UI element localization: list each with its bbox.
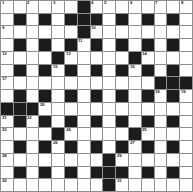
grid-cell[interactable] [27, 167, 39, 179]
black-cell [39, 116, 51, 128]
grid-cell[interactable]: 8 [180, 1, 192, 13]
black-cell [142, 65, 154, 77]
grid-cell[interactable] [103, 39, 115, 51]
black-cell [142, 90, 154, 102]
clue-number: 8 [181, 1, 183, 5]
grid-cell[interactable] [142, 77, 154, 89]
clue-number: 28 [2, 154, 6, 158]
grid-cell[interactable] [65, 26, 77, 38]
grid-cell[interactable] [39, 154, 51, 166]
grid-cell[interactable] [129, 77, 141, 89]
grid-cell[interactable] [155, 26, 167, 38]
black-cell [167, 141, 179, 153]
grid-cell[interactable] [1, 167, 13, 179]
black-cell [167, 167, 179, 179]
black-cell [91, 141, 103, 153]
grid-cell[interactable] [91, 154, 103, 166]
black-cell [142, 14, 154, 26]
clue-number: 25 [142, 128, 146, 132]
clue-number: 31 [117, 179, 121, 183]
grid-cell[interactable] [116, 1, 128, 13]
grid-cell[interactable] [14, 128, 26, 140]
black-cell [142, 116, 154, 128]
grid-cell[interactable] [129, 167, 141, 179]
grid-cell[interactable] [39, 77, 51, 89]
grid-cell[interactable] [27, 90, 39, 102]
grid-cell[interactable] [39, 1, 51, 13]
black-cell [65, 167, 77, 179]
clue-number: 21 [2, 116, 6, 120]
clue-number: 7 [155, 1, 157, 5]
grid-cell[interactable] [52, 116, 64, 128]
grid-cell[interactable]: 3 [52, 1, 64, 13]
grid-cell[interactable] [91, 52, 103, 64]
grid-cell[interactable] [167, 128, 179, 140]
grid-cell[interactable] [27, 52, 39, 64]
grid-cell[interactable] [155, 52, 167, 64]
grid-cell[interactable] [27, 39, 39, 51]
grid-cell[interactable] [52, 154, 64, 166]
black-cell [65, 141, 77, 153]
grid-cell[interactable]: 28 [1, 154, 13, 166]
black-cell [167, 65, 179, 77]
grid-cell[interactable] [180, 52, 192, 64]
grid-cell[interactable] [155, 179, 167, 191]
grid-cell[interactable] [129, 103, 141, 115]
grid-cell[interactable]: 23 [1, 128, 13, 140]
grid-cell[interactable]: 14 [142, 52, 154, 64]
grid-cell[interactable] [129, 90, 141, 102]
clue-number: 19 [181, 90, 185, 94]
grid-cell[interactable] [27, 154, 39, 166]
grid-cell[interactable] [129, 116, 141, 128]
grid-cell[interactable] [78, 77, 90, 89]
grid-cell[interactable] [129, 39, 141, 51]
grid-cell[interactable] [116, 77, 128, 89]
clue-number: 26 [53, 141, 57, 145]
clue-number: 2 [27, 1, 29, 5]
black-cell [116, 39, 128, 51]
grid-cell[interactable]: 4 [91, 1, 103, 13]
black-cell [65, 90, 77, 102]
grid-cell[interactable]: 10 [91, 26, 103, 38]
grid-cell[interactable] [1, 65, 13, 77]
grid-cell[interactable] [103, 128, 115, 140]
grid-cell[interactable]: 22 [27, 116, 39, 128]
grid-cell[interactable] [78, 52, 90, 64]
grid-cell[interactable] [14, 179, 26, 191]
grid-cell[interactable] [27, 128, 39, 140]
grid-cell[interactable] [103, 77, 115, 89]
black-cell [65, 14, 77, 26]
grid-cell[interactable] [1, 39, 13, 51]
black-cell [91, 14, 103, 26]
grid-cell[interactable]: 18 [155, 90, 167, 102]
grid-cell[interactable]: 5 [103, 1, 115, 13]
grid-cell[interactable] [78, 65, 90, 77]
black-cell [14, 116, 26, 128]
black-cell [91, 65, 103, 77]
grid-cell[interactable] [103, 90, 115, 102]
grid-cell[interactable] [65, 77, 77, 89]
crossword-grid: 1234567891011121314151617181920212223242… [0, 0, 193, 192]
black-cell [129, 52, 141, 64]
grid-cell[interactable] [103, 141, 115, 153]
grid-cell[interactable] [180, 14, 192, 26]
black-cell [91, 167, 103, 179]
grid-cell[interactable] [155, 154, 167, 166]
grid-cell[interactable] [155, 103, 167, 115]
black-cell [167, 77, 179, 89]
grid-cell[interactable]: 21 [1, 116, 13, 128]
black-cell [91, 116, 103, 128]
grid-cell[interactable] [180, 39, 192, 51]
clue-number: 9 [2, 26, 4, 30]
grid-cell[interactable] [180, 116, 192, 128]
grid-cell[interactable] [39, 52, 51, 64]
grid-cell[interactable] [180, 103, 192, 115]
grid-cell[interactable]: 6 [129, 1, 141, 13]
black-cell [167, 90, 179, 102]
clue-number: 20 [40, 103, 44, 107]
grid-cell[interactable] [142, 1, 154, 13]
black-cell [167, 39, 179, 51]
grid-cell[interactable] [14, 77, 26, 89]
grid-cell[interactable] [27, 14, 39, 26]
grid-cell[interactable]: 26 [52, 141, 64, 153]
clue-number: 24 [66, 128, 70, 132]
grid-cell[interactable] [78, 167, 90, 179]
grid-cell[interactable] [155, 141, 167, 153]
black-cell [116, 65, 128, 77]
grid-cell[interactable] [39, 128, 51, 140]
grid-cell[interactable] [180, 154, 192, 166]
grid-cell[interactable] [180, 65, 192, 77]
grid-cell[interactable]: 7 [155, 1, 167, 13]
black-cell [91, 90, 103, 102]
grid-cell[interactable] [180, 167, 192, 179]
black-cell [39, 167, 51, 179]
grid-cell[interactable] [180, 26, 192, 38]
grid-cell[interactable] [155, 128, 167, 140]
black-cell [116, 167, 128, 179]
grid-cell[interactable] [27, 26, 39, 38]
grid-cell[interactable] [78, 128, 90, 140]
grid-cell[interactable] [155, 39, 167, 51]
grid-cell[interactable] [116, 26, 128, 38]
grid-cell[interactable] [65, 179, 77, 191]
grid-cell[interactable] [65, 154, 77, 166]
black-cell [14, 39, 26, 51]
black-cell [1, 103, 13, 115]
black-cell [116, 116, 128, 128]
black-cell [65, 116, 77, 128]
clue-number: 17 [2, 77, 6, 81]
grid-cell[interactable]: 11 [78, 39, 90, 51]
grid-cell[interactable] [1, 90, 13, 102]
grid-cell[interactable] [1, 141, 13, 153]
black-cell [142, 39, 154, 51]
grid-cell[interactable]: 19 [180, 90, 192, 102]
black-cell [116, 141, 128, 153]
grid-cell[interactable] [91, 179, 103, 191]
grid-cell[interactable]: 9 [1, 26, 13, 38]
grid-cell[interactable] [78, 154, 90, 166]
grid-cell[interactable] [65, 1, 77, 13]
clue-number: 12 [2, 52, 6, 56]
black-cell [142, 167, 154, 179]
grid-cell[interactable] [103, 65, 115, 77]
grid-cell[interactable] [1, 14, 13, 26]
black-cell [142, 141, 154, 153]
clue-number: 11 [78, 39, 82, 43]
black-cell [103, 167, 115, 179]
grid-cell[interactable] [14, 26, 26, 38]
grid-cell[interactable] [52, 26, 64, 38]
grid-cell[interactable] [167, 179, 179, 191]
grid-cell[interactable] [27, 141, 39, 153]
grid-cell[interactable]: 1 [1, 1, 13, 13]
black-cell [39, 65, 51, 77]
grid-cell[interactable] [142, 26, 154, 38]
grid-cell[interactable]: 12 [1, 52, 13, 64]
grid-cell[interactable]: 17 [1, 77, 13, 89]
clue-number: 14 [142, 52, 146, 56]
grid-cell[interactable]: 2 [27, 1, 39, 13]
clue-number: 30 [2, 179, 6, 183]
black-cell [27, 103, 39, 115]
clue-number: 1 [2, 1, 4, 5]
grid-cell[interactable]: 13 [65, 52, 77, 64]
grid-cell[interactable] [103, 103, 115, 115]
black-cell [129, 128, 141, 140]
clue-number: 23 [2, 128, 6, 132]
grid-cell[interactable] [91, 128, 103, 140]
clue-number: 6 [130, 1, 132, 5]
clue-number: 18 [155, 90, 159, 94]
grid-cell[interactable] [116, 52, 128, 64]
grid-cell[interactable] [52, 179, 64, 191]
grid-cell[interactable] [39, 179, 51, 191]
black-cell [78, 1, 90, 13]
grid-cell[interactable] [167, 1, 179, 13]
clue-number: 22 [27, 116, 31, 120]
grid-cell[interactable] [167, 52, 179, 64]
grid-cell[interactable]: 20 [39, 103, 51, 115]
black-cell [78, 14, 90, 26]
grid-cell[interactable] [91, 77, 103, 89]
black-cell [52, 52, 64, 64]
grid-cell[interactable] [155, 65, 167, 77]
black-cell [14, 90, 26, 102]
black-cell [167, 14, 179, 26]
grid-cell[interactable] [103, 52, 115, 64]
clue-number: 3 [53, 1, 55, 5]
grid-cell[interactable] [52, 103, 64, 115]
black-cell [116, 90, 128, 102]
grid-cell[interactable] [116, 128, 128, 140]
grid-cell[interactable]: 15 [52, 65, 64, 77]
grid-cell[interactable] [180, 141, 192, 153]
grid-cell[interactable] [14, 154, 26, 166]
black-cell [14, 141, 26, 153]
grid-cell[interactable] [52, 39, 64, 51]
grid-cell[interactable] [52, 77, 64, 89]
grid-cell[interactable] [116, 103, 128, 115]
grid-cell[interactable] [27, 77, 39, 89]
clue-number: 29 [117, 154, 121, 158]
black-cell [65, 65, 77, 77]
clue-number: 15 [53, 65, 57, 69]
grid-cell[interactable] [155, 116, 167, 128]
grid-cell[interactable] [155, 14, 167, 26]
grid-cell[interactable] [129, 14, 141, 26]
black-cell [155, 77, 167, 89]
black-cell [14, 103, 26, 115]
grid-cell[interactable]: 30 [1, 179, 13, 191]
black-cell [39, 14, 51, 26]
grid-cell[interactable] [167, 154, 179, 166]
black-cell [14, 65, 26, 77]
black-cell [103, 154, 115, 166]
black-cell [39, 141, 51, 153]
crossword-puzzle: 1234567891011121314151617181920212223242… [0, 0, 193, 192]
grid-cell[interactable] [78, 141, 90, 153]
clue-number: 4 [91, 1, 93, 5]
clue-number: 5 [104, 1, 106, 5]
grid-cell[interactable] [103, 116, 115, 128]
grid-cell[interactable] [78, 179, 90, 191]
grid-cell[interactable] [142, 179, 154, 191]
grid-cell[interactable] [91, 103, 103, 115]
grid-cell[interactable] [142, 154, 154, 166]
grid-cell[interactable] [167, 103, 179, 115]
black-cell [14, 167, 26, 179]
grid-cell[interactable] [103, 14, 115, 26]
grid-cell[interactable] [167, 26, 179, 38]
grid-cell[interactable] [39, 26, 51, 38]
grid-cell[interactable] [129, 154, 141, 166]
grid-cell[interactable] [180, 179, 192, 191]
clue-number: 13 [66, 52, 70, 56]
black-cell [91, 39, 103, 51]
clue-number: 10 [91, 26, 95, 30]
black-cell [52, 128, 64, 140]
grid-cell[interactable] [155, 167, 167, 179]
black-cell [78, 26, 90, 38]
grid-cell[interactable] [78, 90, 90, 102]
black-cell [167, 116, 179, 128]
grid-cell[interactable]: 29 [116, 154, 128, 166]
grid-cell[interactable] [27, 65, 39, 77]
clue-number: 27 [130, 141, 134, 145]
black-cell [103, 179, 115, 191]
black-cell [180, 77, 192, 89]
black-cell [14, 14, 26, 26]
grid-cell[interactable] [142, 103, 154, 115]
grid-cell[interactable] [27, 179, 39, 191]
grid-cell[interactable] [14, 52, 26, 64]
grid-cell[interactable] [103, 26, 115, 38]
grid-cell[interactable] [52, 14, 64, 26]
grid-cell[interactable] [129, 179, 141, 191]
black-cell [116, 14, 128, 26]
grid-cell[interactable] [52, 90, 64, 102]
grid-cell[interactable] [180, 128, 192, 140]
grid-cell[interactable]: 25 [142, 128, 154, 140]
black-cell [39, 90, 51, 102]
grid-cell[interactable] [65, 103, 77, 115]
grid-cell[interactable] [14, 1, 26, 13]
black-cell [39, 39, 51, 51]
grid-cell[interactable] [78, 103, 90, 115]
grid-cell[interactable]: 27 [129, 141, 141, 153]
grid-cell[interactable]: 16 [129, 65, 141, 77]
grid-cell[interactable] [78, 116, 90, 128]
grid-cell[interactable] [129, 26, 141, 38]
grid-cell[interactable]: 31 [116, 179, 128, 191]
grid-cell[interactable]: 24 [65, 128, 77, 140]
clue-number: 16 [130, 65, 134, 69]
black-cell [65, 39, 77, 51]
grid-cell[interactable] [52, 167, 64, 179]
